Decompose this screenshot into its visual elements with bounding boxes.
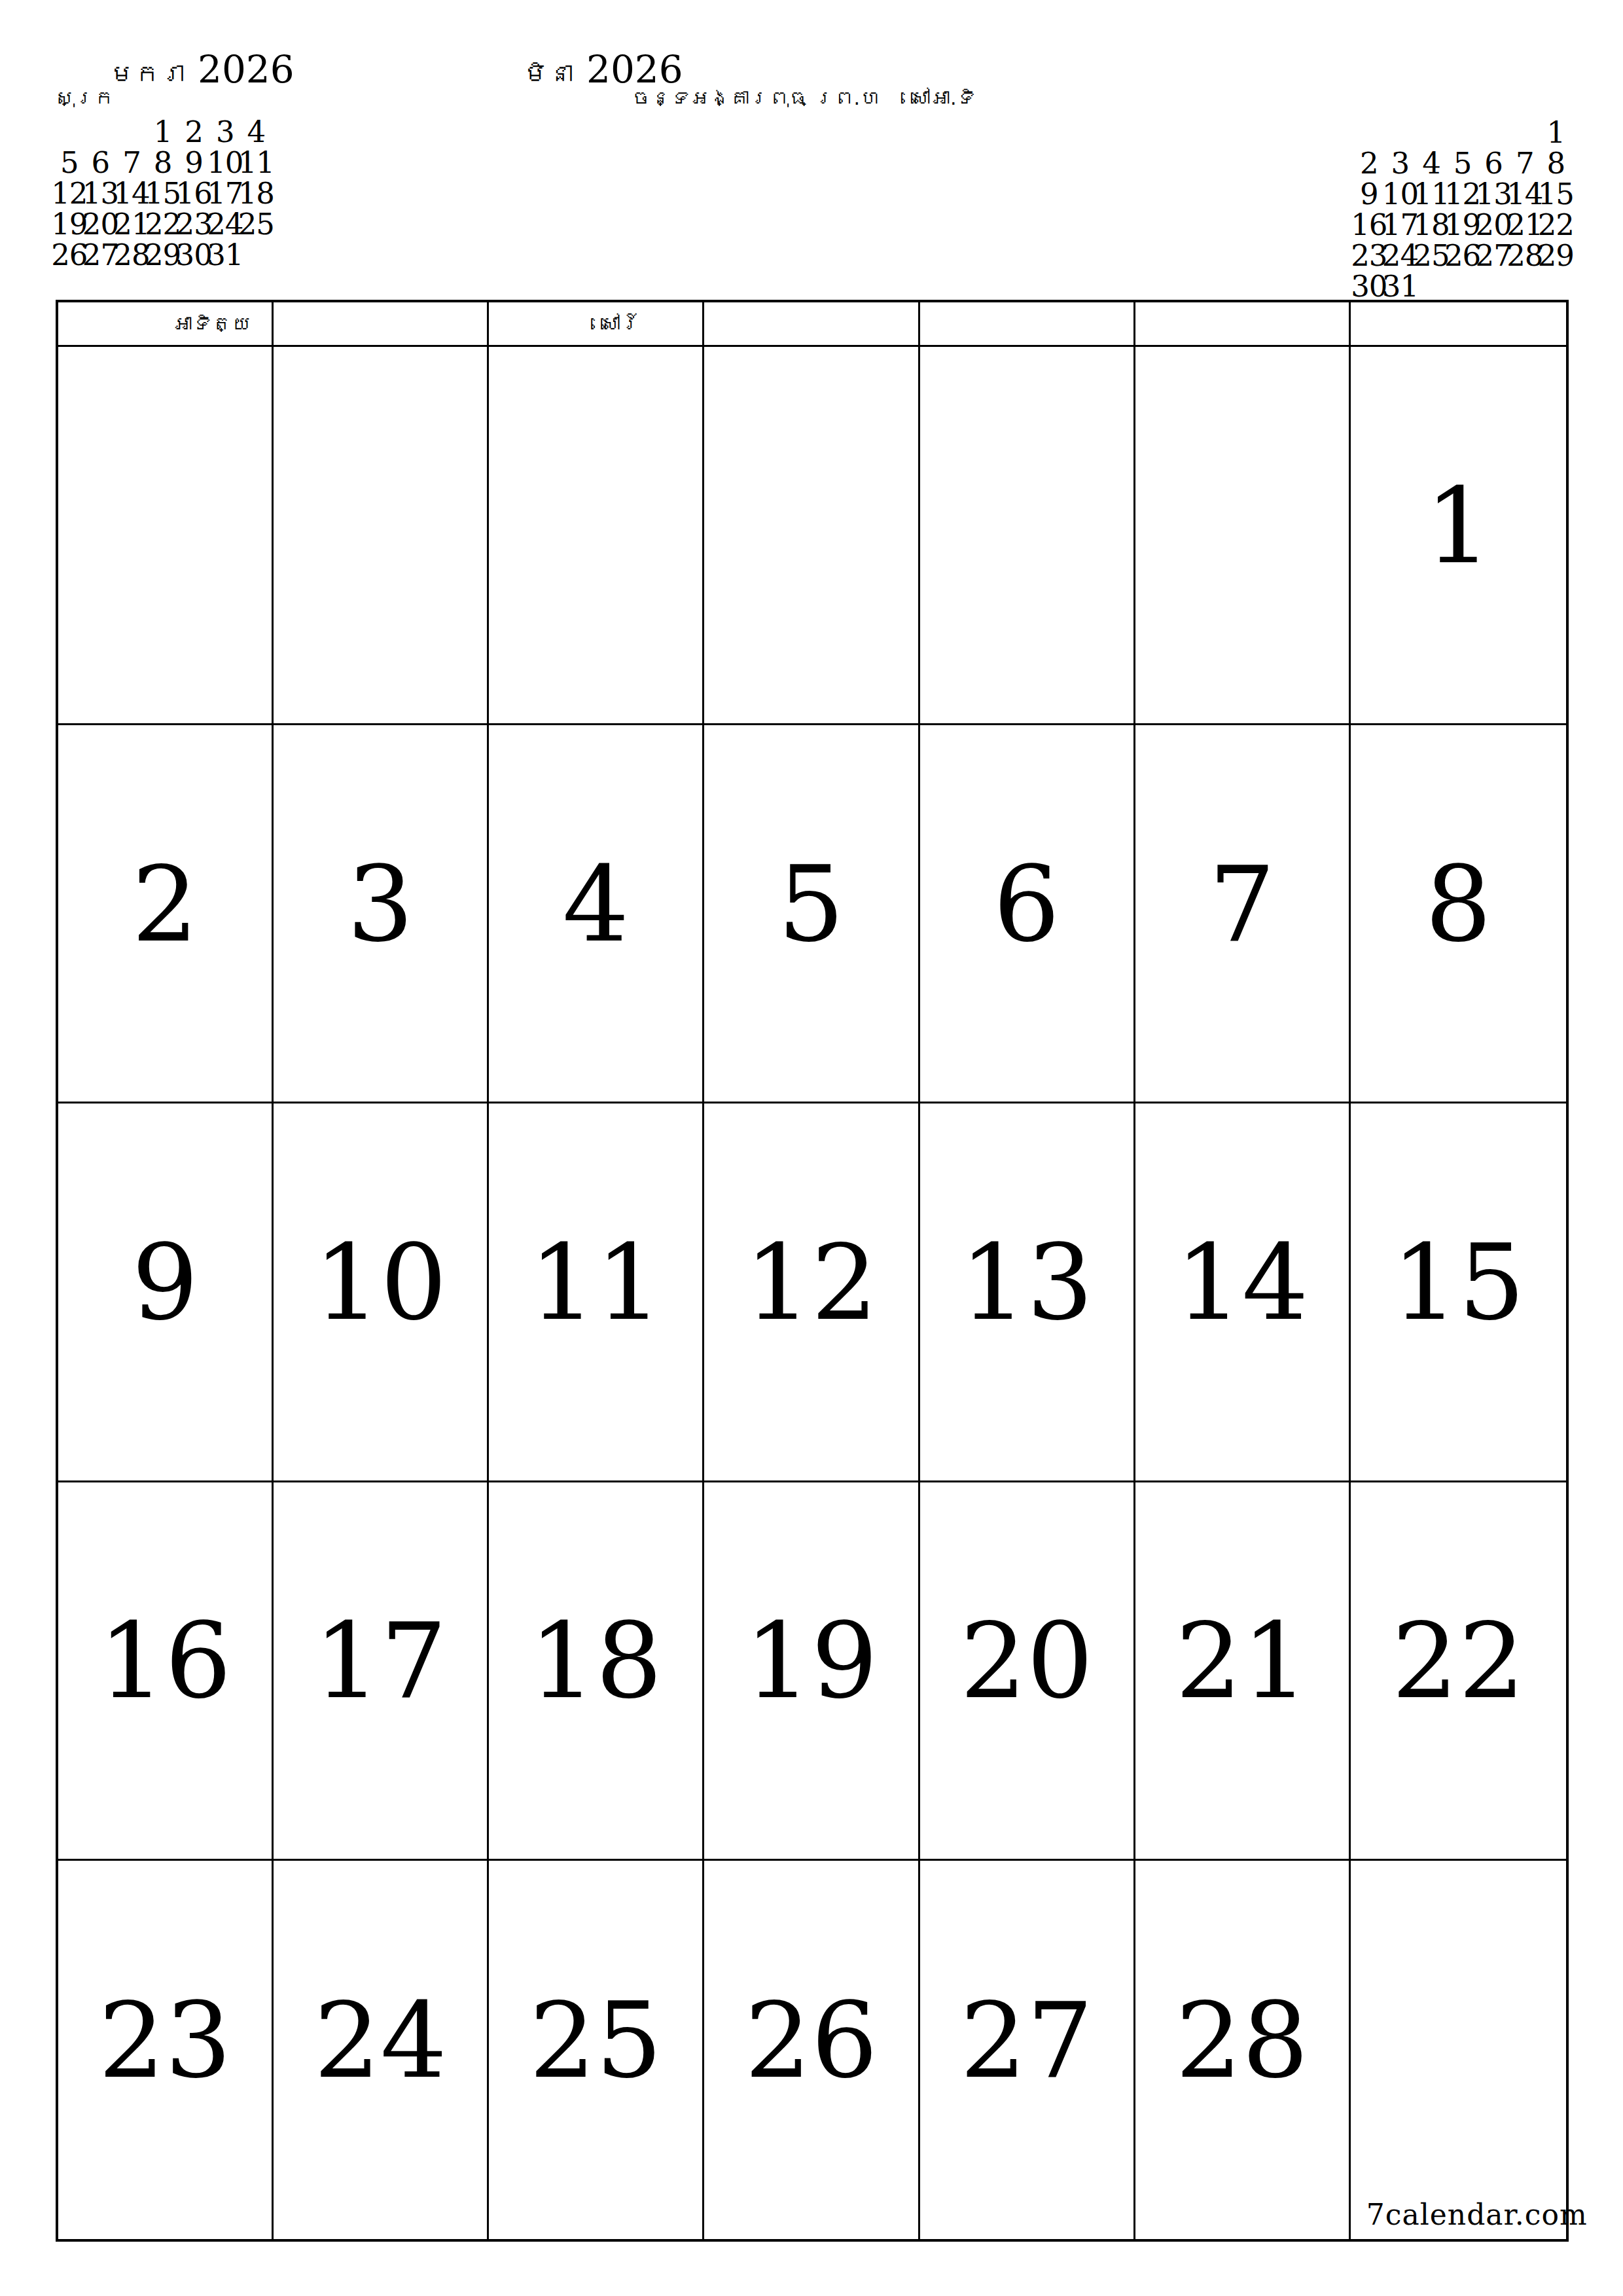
day-cell-16: 16 [58, 1482, 274, 1861]
mini-day-17: 17 [1385, 209, 1416, 240]
mini-day-20: 20 [85, 209, 116, 240]
day-cell-1: 1 [1351, 347, 1566, 725]
day-cell-3: 3 [274, 725, 489, 1103]
mini-day-empty [1416, 271, 1447, 302]
day-number: 1 [1425, 474, 1492, 579]
prev-month-name: មករា [110, 60, 185, 88]
mini-day-3: 3 [209, 117, 241, 147]
day-number: 4 [562, 852, 629, 957]
day-number: 7 [1209, 852, 1275, 957]
day-cell-28: 28 [1135, 1861, 1351, 2239]
weekday-header-cell-empty [1351, 302, 1566, 347]
day-number: 10 [313, 1230, 447, 1335]
day-cell-10: 10 [274, 1103, 489, 1482]
mini-day-empty [241, 240, 272, 270]
day-number: 18 [529, 1609, 663, 1713]
day-number: 17 [313, 1609, 447, 1713]
day-number: 8 [1425, 852, 1492, 957]
weekday-fragment-center-right-text: សៅអា.ទិ [911, 86, 976, 109]
day-number: 9 [132, 1230, 198, 1335]
day-cell-empty [58, 347, 274, 725]
prev-month-mini-calendar: 1234567891011121314151617181920212223242… [54, 117, 272, 270]
day-cell-25: 25 [489, 1861, 704, 2239]
mini-day-22: 22 [147, 209, 179, 240]
day-number: 26 [745, 1988, 878, 2093]
prev-month-year: 2026 [198, 47, 294, 92]
mini-day-6: 6 [85, 147, 116, 178]
day-cell-22: 22 [1351, 1482, 1566, 1861]
mini-day-empty [1541, 271, 1572, 302]
mini-day-1: 1 [1541, 117, 1572, 148]
mini-day-empty [54, 117, 85, 147]
day-cell-20: 20 [920, 1482, 1135, 1861]
day-number: 20 [960, 1609, 1094, 1713]
day-number: 23 [98, 1988, 232, 2093]
day-number: 16 [98, 1609, 232, 1713]
mini-day-6: 6 [1478, 148, 1509, 179]
day-cell-5: 5 [704, 725, 919, 1103]
weekday-fragment-center-text: ចន្ទអង្គារពុធ ព្រ.ហ [632, 86, 880, 109]
mini-day-19: 19 [1447, 209, 1478, 240]
mini-day-28: 28 [116, 240, 147, 270]
mini-day-21: 21 [116, 209, 147, 240]
day-cell-24: 24 [274, 1861, 489, 2239]
mini-day-13: 13 [85, 178, 116, 209]
day-number: 22 [1392, 1609, 1525, 1713]
weekday-fragment-left: សុក្រ [55, 86, 114, 109]
day-number: 11 [529, 1230, 663, 1335]
mini-day-11: 11 [1416, 179, 1447, 209]
day-cell-11: 11 [489, 1103, 704, 1482]
mini-day-15: 15 [1541, 179, 1572, 209]
mini-day-empty [1509, 117, 1541, 148]
mini-day-5: 5 [1447, 148, 1478, 179]
brand-watermark: 7calendar.com [1366, 2198, 1588, 2231]
day-number: 5 [778, 852, 845, 957]
weekday-header-cell-empty [1135, 302, 1351, 347]
day-cell-26: 26 [704, 1861, 919, 2239]
day-number: 21 [1175, 1609, 1309, 1713]
mini-day-3: 3 [1385, 148, 1416, 179]
weekday-header-cell: អាទិត្យ [58, 302, 274, 347]
day-cell-21: 21 [1135, 1482, 1351, 1861]
mini-day-11: 11 [241, 147, 272, 178]
mini-day-12: 12 [54, 178, 85, 209]
mini-day-29: 29 [147, 240, 179, 270]
day-number: 6 [993, 852, 1060, 957]
day-cell-7: 7 [1135, 725, 1351, 1103]
day-cell-8: 8 [1351, 725, 1566, 1103]
next-month-mini-calendar: 1234567891011121314151617181920212223242… [1353, 117, 1571, 302]
mini-day-8: 8 [1541, 148, 1572, 179]
mini-day-25: 25 [241, 209, 272, 240]
day-cell-2: 2 [58, 725, 274, 1103]
mini-day-empty [1353, 117, 1385, 148]
mini-day-16: 16 [1353, 209, 1385, 240]
mini-day-empty [1478, 271, 1509, 302]
mini-day-9: 9 [1353, 179, 1385, 209]
mini-day-21: 21 [1509, 209, 1541, 240]
mini-day-8: 8 [147, 147, 179, 178]
mini-day-30: 30 [1353, 271, 1385, 302]
weekday-header-label: សៅរ៍ [601, 312, 640, 335]
calendar-page: មករា 2026 មិនា 2026 សុក្រ ចន្ទអង្គារពុធ … [0, 0, 1623, 2296]
next-month-name: មិនា [524, 60, 573, 88]
mini-day-29: 29 [1541, 240, 1572, 271]
weekday-header-cell: សៅរ៍ [489, 302, 704, 347]
mini-day-22: 22 [1541, 209, 1572, 240]
mini-day-15: 15 [147, 178, 179, 209]
mini-day-1: 1 [147, 117, 179, 147]
mini-day-17: 17 [209, 178, 241, 209]
mini-day-31: 31 [1385, 271, 1416, 302]
mini-day-14: 14 [116, 178, 147, 209]
mini-day-empty [1478, 117, 1509, 148]
mini-day-24: 24 [1385, 240, 1416, 271]
day-cell-18: 18 [489, 1482, 704, 1861]
mini-day-23: 23 [178, 209, 209, 240]
mini-day-2: 2 [178, 117, 209, 147]
weekday-header-label: អាទិត្យ [173, 312, 251, 335]
day-cell-empty [704, 347, 919, 725]
mini-day-4: 4 [1416, 148, 1447, 179]
day-cell-12: 12 [704, 1103, 919, 1482]
mini-day-empty [85, 117, 116, 147]
next-month-title: មិនា 2026 [524, 47, 683, 92]
mini-day-7: 7 [116, 147, 147, 178]
day-number: 3 [347, 852, 414, 957]
day-cell-17: 17 [274, 1482, 489, 1861]
mini-day-26: 26 [54, 240, 85, 270]
mini-day-empty [1385, 117, 1416, 148]
weekday-header-cell-empty [920, 302, 1135, 347]
mini-day-empty [1416, 117, 1447, 148]
weekday-header-cell-empty [274, 302, 489, 347]
day-number: 13 [960, 1230, 1094, 1335]
mini-day-empty [116, 117, 147, 147]
mini-day-30: 30 [178, 240, 209, 270]
day-cell-13: 13 [920, 1103, 1135, 1482]
mini-day-empty [1447, 117, 1478, 148]
mini-day-10: 10 [209, 147, 241, 178]
mini-day-24: 24 [209, 209, 241, 240]
mini-day-18: 18 [241, 178, 272, 209]
mini-day-27: 27 [85, 240, 116, 270]
day-number: 2 [132, 852, 198, 957]
day-cell-6: 6 [920, 725, 1135, 1103]
day-cell-empty [274, 347, 489, 725]
mini-day-2: 2 [1353, 148, 1385, 179]
prev-month-title: មករា 2026 [110, 47, 294, 92]
day-cell-23: 23 [58, 1861, 274, 2239]
mini-day-20: 20 [1478, 209, 1509, 240]
mini-day-10: 10 [1385, 179, 1416, 209]
mini-day-9: 9 [178, 147, 209, 178]
mini-day-23: 23 [1353, 240, 1385, 271]
mini-day-16: 16 [178, 178, 209, 209]
mini-day-19: 19 [54, 209, 85, 240]
mini-day-31: 31 [209, 240, 241, 270]
mini-day-26: 26 [1447, 240, 1478, 271]
day-cell-empty [1135, 347, 1351, 725]
mini-day-7: 7 [1509, 148, 1541, 179]
day-cell-9: 9 [58, 1103, 274, 1482]
mini-day-25: 25 [1416, 240, 1447, 271]
day-number: 24 [313, 1988, 447, 2093]
day-number: 14 [1175, 1230, 1309, 1335]
day-cell-19: 19 [704, 1482, 919, 1861]
mini-day-13: 13 [1478, 179, 1509, 209]
mini-day-14: 14 [1509, 179, 1541, 209]
mini-day-empty [1447, 271, 1478, 302]
mini-day-27: 27 [1478, 240, 1509, 271]
next-month-year: 2026 [586, 47, 683, 92]
mini-day-empty [1509, 271, 1541, 302]
day-cell-empty [920, 347, 1135, 725]
day-number: 27 [960, 1988, 1094, 2093]
day-number: 28 [1175, 1988, 1309, 2093]
day-cell-14: 14 [1135, 1103, 1351, 1482]
day-cell-27: 27 [920, 1861, 1135, 2239]
weekday-header-cell-empty [704, 302, 919, 347]
day-number: 12 [745, 1230, 878, 1335]
mini-day-18: 18 [1416, 209, 1447, 240]
mini-day-5: 5 [54, 147, 85, 178]
main-month-grid: អាទិត្យសៅរ៍12345678910111213141516171819… [56, 300, 1569, 2242]
weekday-fragment-center: ចន្ទអង្គារពុធ ព្រ.ហ សៅអា.ទិ [632, 86, 976, 109]
day-cell-4: 4 [489, 725, 704, 1103]
day-number: 25 [529, 1988, 663, 2093]
day-number: 15 [1392, 1230, 1525, 1335]
day-number: 19 [745, 1609, 878, 1713]
day-cell-empty: 7calendar.com [1351, 1861, 1566, 2239]
mini-day-12: 12 [1447, 179, 1478, 209]
mini-day-4: 4 [241, 117, 272, 147]
day-cell-15: 15 [1351, 1103, 1566, 1482]
mini-day-28: 28 [1509, 240, 1541, 271]
day-cell-empty [489, 347, 704, 725]
